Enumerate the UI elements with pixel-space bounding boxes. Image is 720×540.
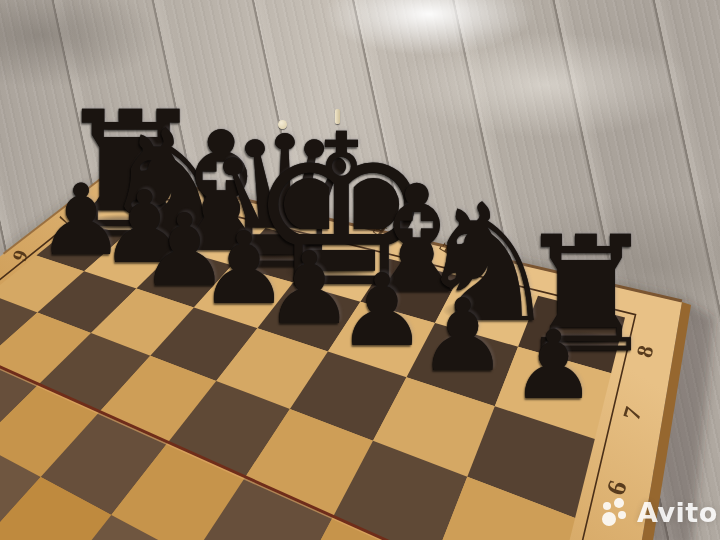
- chess-board: CDEF876876: [0, 0, 720, 540]
- photo-scene: CDEF876876 ♜♞♝♟♛♟♚♟♝♟♞♟♟♜♟♟ Avito: [0, 0, 720, 540]
- avito-watermark-text: Avito: [637, 497, 718, 528]
- avito-watermark: Avito: [602, 497, 718, 528]
- avito-logo-icon: [602, 498, 630, 528]
